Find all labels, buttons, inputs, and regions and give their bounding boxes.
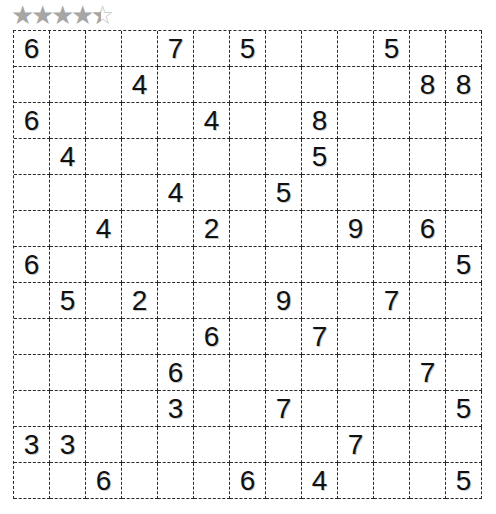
star-5-icon[interactable]: ☆★ [91,2,111,28]
cell-r11c7[interactable] [266,427,302,463]
cell-r12c4[interactable] [158,463,194,499]
cell-r11c4[interactable] [158,427,194,463]
cell-r9c2[interactable] [86,355,122,391]
cell-r9c7[interactable] [266,355,302,391]
cell-r7c2[interactable] [86,283,122,319]
cell-r3c6[interactable] [230,139,266,175]
cell-r6c12-clue: 5 [446,247,482,283]
cell-r6c9[interactable] [338,247,374,283]
cell-r9c9[interactable] [338,355,374,391]
cell-r8c6[interactable] [230,319,266,355]
cell-r1c5[interactable] [194,67,230,103]
cell-r10c7-clue: 7 [266,391,302,427]
cell-r7c0[interactable] [14,283,50,319]
cell-r8c11[interactable] [410,319,446,355]
cell-r5c10[interactable] [374,211,410,247]
cell-r11c10[interactable] [374,427,410,463]
cell-r7c11[interactable] [410,283,446,319]
cell-r0c3[interactable] [122,31,158,67]
cell-r2c5-clue: 4 [194,103,230,139]
star-2-icon[interactable]: ★ [31,2,51,28]
cell-r7c7-clue: 9 [266,283,302,319]
cell-r5c0[interactable] [14,211,50,247]
cell-r11c8[interactable] [302,427,338,463]
cell-r0c2[interactable] [86,31,122,67]
cell-r9c0[interactable] [14,355,50,391]
cell-r12c12-clue: 5 [446,463,482,499]
cell-r12c7[interactable] [266,463,302,499]
cell-r6c1[interactable] [50,247,86,283]
cell-r8c9[interactable] [338,319,374,355]
cell-r7c12[interactable] [446,283,482,319]
cell-r1c1[interactable] [50,67,86,103]
cell-r8c5-clue: 6 [194,319,230,355]
star-1-icon[interactable]: ★ [11,2,31,28]
cell-r5c3[interactable] [122,211,158,247]
cell-r9c1[interactable] [50,355,86,391]
cell-r9c10[interactable] [374,355,410,391]
cell-r9c3[interactable] [122,355,158,391]
cell-r12c1[interactable] [50,463,86,499]
cell-r6c7[interactable] [266,247,302,283]
puzzle-page: ★★★★☆★ 675548864845454296655297676737533… [0,0,496,514]
cell-r8c4[interactable] [158,319,194,355]
cell-r2c9[interactable] [338,103,374,139]
cell-r3c4[interactable] [158,139,194,175]
cell-r1c6[interactable] [230,67,266,103]
cell-r4c3[interactable] [122,175,158,211]
cell-r4c5[interactable] [194,175,230,211]
cell-r6c4[interactable] [158,247,194,283]
cell-r4c12[interactable] [446,175,482,211]
star-4-icon[interactable]: ★ [71,2,91,28]
cell-r1c3-clue: 4 [122,67,158,103]
cell-r6c2[interactable] [86,247,122,283]
cell-r12c9[interactable] [338,463,374,499]
cell-r6c10[interactable] [374,247,410,283]
cell-r1c4[interactable] [158,67,194,103]
cell-r6c3[interactable] [122,247,158,283]
cell-r10c4-clue: 3 [158,391,194,427]
cell-r12c0[interactable] [14,463,50,499]
cell-r10c11[interactable] [410,391,446,427]
cell-r7c3-clue: 2 [122,283,158,319]
cell-r9c5[interactable] [194,355,230,391]
cell-r9c8[interactable] [302,355,338,391]
cell-r2c2[interactable] [86,103,122,139]
cell-r5c9-clue: 9 [338,211,374,247]
cell-r12c10[interactable] [374,463,410,499]
cell-r7c4[interactable] [158,283,194,319]
cell-r4c11[interactable] [410,175,446,211]
cell-r7c9[interactable] [338,283,374,319]
cell-r10c9[interactable] [338,391,374,427]
cell-r4c8[interactable] [302,175,338,211]
cell-r4c0[interactable] [14,175,50,211]
cell-r5c5-clue: 2 [194,211,230,247]
cell-r5c7[interactable] [266,211,302,247]
cell-r7c5[interactable] [194,283,230,319]
cell-r6c6[interactable] [230,247,266,283]
cell-r8c8-clue: 7 [302,319,338,355]
cell-r3c3[interactable] [122,139,158,175]
star-3-icon[interactable]: ★ [51,2,71,28]
cell-r4c6[interactable] [230,175,266,211]
cell-r1c9[interactable] [338,67,374,103]
cell-r5c2-clue: 4 [86,211,122,247]
cell-r6c11[interactable] [410,247,446,283]
cell-r12c11[interactable] [410,463,446,499]
cell-r11c3[interactable] [122,427,158,463]
cell-r3c11[interactable] [410,139,446,175]
cell-r11c11[interactable] [410,427,446,463]
cell-r3c10[interactable] [374,139,410,175]
cell-r4c1[interactable] [50,175,86,211]
cell-r7c6[interactable] [230,283,266,319]
cell-r5c11-clue: 6 [410,211,446,247]
cell-r5c12[interactable] [446,211,482,247]
cell-r11c12[interactable] [446,427,482,463]
cell-r7c10-clue: 7 [374,283,410,319]
cell-r2c11[interactable] [410,103,446,139]
cell-r8c1[interactable] [50,319,86,355]
cell-r10c8[interactable] [302,391,338,427]
cell-r0c9[interactable] [338,31,374,67]
cell-r2c8-clue: 8 [302,103,338,139]
cell-r1c11-clue: 8 [410,67,446,103]
cell-r2c7[interactable] [266,103,302,139]
cell-r4c9[interactable] [338,175,374,211]
cell-r3c12[interactable] [446,139,482,175]
cell-r8c2[interactable] [86,319,122,355]
cell-r2c4[interactable] [158,103,194,139]
cell-r11c1-clue: 3 [50,427,86,463]
cell-r5c1[interactable] [50,211,86,247]
cell-r0c10-clue: 5 [374,31,410,67]
cell-r11c9-clue: 7 [338,427,374,463]
cell-r0c5[interactable] [194,31,230,67]
cell-r6c5[interactable] [194,247,230,283]
cell-r2c10[interactable] [374,103,410,139]
cell-r8c12[interactable] [446,319,482,355]
cell-r10c6[interactable] [230,391,266,427]
cell-r9c11-clue: 7 [410,355,446,391]
cell-r8c10[interactable] [374,319,410,355]
puzzle-board: 67554886484545429665529767673753376645 [13,30,482,499]
cell-r9c4-clue: 6 [158,355,194,391]
cell-r12c3[interactable] [122,463,158,499]
cell-r12c8-clue: 4 [302,463,338,499]
cell-r2c1[interactable] [50,103,86,139]
cell-r3c5[interactable] [194,139,230,175]
cell-r0c4-clue: 7 [158,31,194,67]
cell-r3c7[interactable] [266,139,302,175]
cell-r5c8[interactable] [302,211,338,247]
cell-r3c1-clue: 4 [50,139,86,175]
cell-r9c12[interactable] [446,355,482,391]
cell-r0c0-clue: 6 [14,31,50,67]
cell-r11c0-clue: 3 [14,427,50,463]
cell-r10c2[interactable] [86,391,122,427]
cell-r3c2[interactable] [86,139,122,175]
cell-r7c1-clue: 5 [50,283,86,319]
cell-r3c0[interactable] [14,139,50,175]
cell-r11c5[interactable] [194,427,230,463]
cell-r10c12-clue: 5 [446,391,482,427]
cell-r2c6[interactable] [230,103,266,139]
cell-r10c5[interactable] [194,391,230,427]
cell-r6c8[interactable] [302,247,338,283]
cell-r12c2-clue: 6 [86,463,122,499]
cell-r10c10[interactable] [374,391,410,427]
cell-r12c6-clue: 6 [230,463,266,499]
cell-r0c12[interactable] [446,31,482,67]
cell-r0c7[interactable] [266,31,302,67]
cell-r4c7-clue: 5 [266,175,302,211]
cell-r2c0-clue: 6 [14,103,50,139]
cell-r5c4[interactable] [158,211,194,247]
cell-r2c3[interactable] [122,103,158,139]
cell-r12c5[interactable] [194,463,230,499]
cell-r1c2[interactable] [86,67,122,103]
cell-r2c12[interactable] [446,103,482,139]
cell-r4c2[interactable] [86,175,122,211]
cell-r8c3[interactable] [122,319,158,355]
cell-r0c1[interactable] [50,31,86,67]
cell-r3c8-clue: 5 [302,139,338,175]
cell-r0c6-clue: 5 [230,31,266,67]
cell-r0c8[interactable] [302,31,338,67]
cell-r0c11[interactable] [410,31,446,67]
cell-r6c0-clue: 6 [14,247,50,283]
cell-r11c2[interactable] [86,427,122,463]
cell-r1c12-clue: 8 [446,67,482,103]
cell-r3c9[interactable] [338,139,374,175]
cell-r1c7[interactable] [266,67,302,103]
cell-r8c0[interactable] [14,319,50,355]
cell-r4c4-clue: 4 [158,175,194,211]
cell-r4c10[interactable] [374,175,410,211]
cell-r7c8[interactable] [302,283,338,319]
cell-r1c10[interactable] [374,67,410,103]
cell-r9c6[interactable] [230,355,266,391]
cell-r5c6[interactable] [230,211,266,247]
cell-r8c7[interactable] [266,319,302,355]
difficulty-rating: ★★★★☆★ [11,2,111,28]
cell-r1c8[interactable] [302,67,338,103]
cell-r11c6[interactable] [230,427,266,463]
cell-r10c3[interactable] [122,391,158,427]
cell-r10c0[interactable] [14,391,50,427]
cell-r1c0[interactable] [14,67,50,103]
cell-r10c1[interactable] [50,391,86,427]
